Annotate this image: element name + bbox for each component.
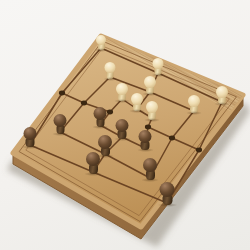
point-b4-hole[interactable]: [81, 101, 87, 106]
peg-black-d3[interactable]: [116, 119, 129, 139]
peg-shadow: [214, 102, 230, 106]
peg-head: [146, 101, 158, 113]
peg-black-e3[interactable]: [139, 130, 152, 150]
peg-black-b2[interactable]: [54, 114, 67, 134]
peg-head: [105, 62, 116, 73]
peg-white-d7[interactable]: [153, 58, 164, 75]
point-e4-hole[interactable]: [145, 125, 151, 130]
peg-head: [86, 152, 100, 166]
peg-black-d2[interactable]: [98, 135, 112, 156]
peg-black-f2[interactable]: [143, 158, 157, 180]
peg-shadow: [129, 109, 145, 113]
peg-black-d1[interactable]: [86, 152, 100, 174]
peg-head: [131, 93, 143, 105]
peg-shadow: [142, 92, 158, 96]
peg-shadow: [137, 148, 154, 152]
peg-head: [153, 58, 164, 69]
peg-head: [139, 130, 152, 143]
point-c4-hole[interactable]: [107, 110, 113, 115]
peg-head: [144, 76, 156, 88]
peg-head: [116, 83, 128, 95]
peg-shadow: [92, 125, 109, 129]
peg-white-a7[interactable]: [96, 35, 106, 50]
point-g4-hole[interactable]: [196, 148, 202, 153]
peg-shadow: [144, 118, 160, 122]
peg-white-b6[interactable]: [105, 62, 116, 79]
peg-white-d6[interactable]: [144, 76, 156, 94]
peg-shadow: [22, 145, 39, 149]
peg-head: [116, 119, 129, 132]
point-a4-hole[interactable]: [59, 91, 65, 96]
peg-head: [54, 114, 67, 127]
peg-head: [94, 107, 107, 120]
point-f4-hole[interactable]: [169, 136, 175, 141]
peg-black-a1[interactable]: [24, 127, 37, 147]
peg-shadow: [84, 172, 102, 176]
peg-white-d5[interactable]: [131, 93, 143, 111]
peg-head: [98, 135, 112, 149]
peg-head: [160, 182, 175, 197]
peg-shadow: [114, 137, 131, 141]
peg-head: [143, 158, 157, 172]
peg-shadow: [103, 77, 117, 81]
peg-head: [188, 95, 200, 107]
peg-shadow: [157, 203, 177, 207]
peg-white-e5[interactable]: [146, 101, 158, 120]
peg-head: [216, 86, 228, 98]
peg-head: [96, 35, 106, 45]
peg-head: [24, 127, 37, 140]
peg-black-c3[interactable]: [94, 107, 107, 127]
peg-white-f6[interactable]: [188, 95, 200, 113]
peg-shadow: [52, 132, 69, 136]
peg-white-g7[interactable]: [216, 86, 228, 104]
board-photo-scene: Nine Men's Morris: [0, 0, 250, 250]
peg-shadow: [114, 99, 130, 103]
peg-white-c5[interactable]: [116, 83, 128, 101]
peg-shadow: [186, 111, 202, 115]
peg-shadow: [141, 178, 159, 182]
peg-black-g1[interactable]: [160, 182, 175, 205]
peg-shadow: [95, 48, 108, 52]
